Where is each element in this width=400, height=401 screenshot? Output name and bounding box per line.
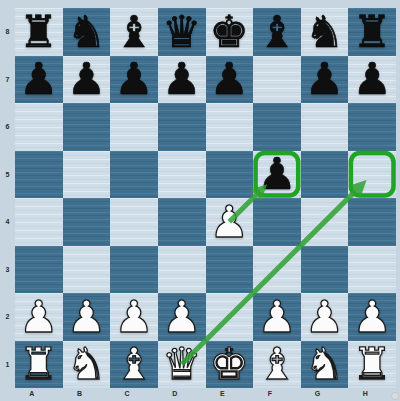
square-g8[interactable]: ♞ bbox=[301, 8, 349, 56]
square-b4[interactable] bbox=[63, 198, 111, 246]
square-h3[interactable] bbox=[348, 246, 396, 294]
square-b2[interactable]: ♟ bbox=[63, 293, 111, 341]
rank-labels: 87654321 bbox=[0, 8, 15, 388]
rank-label-4: 4 bbox=[0, 198, 15, 246]
square-b6[interactable] bbox=[63, 103, 111, 151]
square-c8[interactable]: ♝ bbox=[110, 8, 158, 56]
square-b7[interactable]: ♟ bbox=[63, 56, 111, 104]
file-labels: ABCDEFGH bbox=[15, 388, 396, 401]
square-h4[interactable] bbox=[348, 198, 396, 246]
rank-label-6: 6 bbox=[0, 103, 15, 151]
file-label-h: H bbox=[341, 390, 389, 397]
file-label-e: E bbox=[199, 390, 247, 397]
chess-board: ♜♞♝♛♚♝♞♜♟♟♟♟♟♟♟♟♟♟♟♟♟♟♟♟♜♞♝♛♚♝♞♜ bbox=[15, 8, 396, 388]
piece-black-pawn-h7[interactable]: ♟ bbox=[348, 56, 396, 104]
piece-white-knight-b1[interactable]: ♞ bbox=[63, 341, 111, 389]
square-d8[interactable]: ♛ bbox=[158, 8, 206, 56]
square-a1[interactable]: ♜ bbox=[15, 341, 63, 389]
piece-white-king-e1[interactable]: ♚ bbox=[206, 341, 254, 389]
square-g2[interactable]: ♟ bbox=[301, 293, 349, 341]
piece-black-pawn-d7[interactable]: ♟ bbox=[158, 56, 206, 104]
square-d6[interactable] bbox=[158, 103, 206, 151]
square-d1[interactable]: ♛ bbox=[158, 341, 206, 389]
square-h2[interactable]: ♟ bbox=[348, 293, 396, 341]
piece-white-rook-a1[interactable]: ♜ bbox=[15, 341, 63, 389]
file-label-d: D bbox=[151, 390, 199, 397]
square-g4[interactable] bbox=[301, 198, 349, 246]
square-e6[interactable] bbox=[206, 103, 254, 151]
square-b8[interactable]: ♞ bbox=[63, 8, 111, 56]
piece-white-pawn-f2[interactable]: ♟ bbox=[253, 293, 301, 341]
square-e5[interactable] bbox=[206, 151, 254, 199]
piece-black-knight-g8[interactable]: ♞ bbox=[301, 8, 349, 56]
square-g6[interactable] bbox=[301, 103, 349, 151]
square-e2[interactable] bbox=[206, 293, 254, 341]
square-g1[interactable]: ♞ bbox=[301, 341, 349, 389]
square-c3[interactable] bbox=[110, 246, 158, 294]
square-c7[interactable]: ♟ bbox=[110, 56, 158, 104]
square-d7[interactable]: ♟ bbox=[158, 56, 206, 104]
square-e3[interactable] bbox=[206, 246, 254, 294]
square-c2[interactable]: ♟ bbox=[110, 293, 158, 341]
square-f4[interactable] bbox=[253, 198, 301, 246]
square-a2[interactable]: ♟ bbox=[15, 293, 63, 341]
chess-app: ♜♞♝♛♚♝♞♜♟♟♟♟♟♟♟♟♟♟♟♟♟♟♟♟♜♞♝♛♚♝♞♜ 8765432… bbox=[0, 0, 400, 401]
square-e7[interactable]: ♟ bbox=[206, 56, 254, 104]
square-e4[interactable]: ♟ bbox=[206, 198, 254, 246]
square-f7[interactable] bbox=[253, 56, 301, 104]
piece-white-queen-d1[interactable]: ♛ bbox=[158, 341, 206, 389]
square-d3[interactable] bbox=[158, 246, 206, 294]
piece-black-pawn-e7[interactable]: ♟ bbox=[206, 56, 254, 104]
square-f2[interactable]: ♟ bbox=[253, 293, 301, 341]
square-h7[interactable]: ♟ bbox=[348, 56, 396, 104]
square-b5[interactable] bbox=[63, 151, 111, 199]
piece-black-king-e8[interactable]: ♚ bbox=[206, 8, 254, 56]
square-b1[interactable]: ♞ bbox=[63, 341, 111, 389]
piece-black-bishop-c8[interactable]: ♝ bbox=[110, 8, 158, 56]
square-g3[interactable] bbox=[301, 246, 349, 294]
square-a4[interactable] bbox=[15, 198, 63, 246]
square-f6[interactable] bbox=[253, 103, 301, 151]
piece-white-pawn-g2[interactable]: ♟ bbox=[301, 293, 349, 341]
piece-black-pawn-g7[interactable]: ♟ bbox=[301, 56, 349, 104]
square-g7[interactable]: ♟ bbox=[301, 56, 349, 104]
rank-label-8: 8 bbox=[0, 8, 15, 56]
file-label-c: C bbox=[103, 390, 151, 397]
file-label-f: F bbox=[246, 390, 294, 397]
piece-black-pawn-c7[interactable]: ♟ bbox=[110, 56, 158, 104]
rank-label-7: 7 bbox=[0, 56, 15, 104]
square-f8[interactable]: ♝ bbox=[253, 8, 301, 56]
piece-white-pawn-c2[interactable]: ♟ bbox=[110, 293, 158, 341]
rank-label-2: 2 bbox=[0, 293, 15, 341]
square-a8[interactable]: ♜ bbox=[15, 8, 63, 56]
square-a5[interactable] bbox=[15, 151, 63, 199]
square-c4[interactable] bbox=[110, 198, 158, 246]
piece-white-rook-h1[interactable]: ♜ bbox=[348, 341, 396, 389]
piece-black-queen-d8[interactable]: ♛ bbox=[158, 8, 206, 56]
piece-black-knight-b8[interactable]: ♞ bbox=[63, 8, 111, 56]
square-g5[interactable] bbox=[301, 151, 349, 199]
square-h6[interactable] bbox=[348, 103, 396, 151]
square-f5[interactable]: ♟ bbox=[253, 151, 301, 199]
file-label-b: B bbox=[56, 390, 104, 397]
square-c5[interactable] bbox=[110, 151, 158, 199]
square-e1[interactable]: ♚ bbox=[206, 341, 254, 389]
piece-white-knight-g1[interactable]: ♞ bbox=[301, 341, 349, 389]
square-c1[interactable]: ♝ bbox=[110, 341, 158, 389]
square-a6[interactable] bbox=[15, 103, 63, 151]
rank-label-3: 3 bbox=[0, 246, 15, 294]
rank-label-1: 1 bbox=[0, 341, 15, 389]
piece-black-rook-h8[interactable]: ♜ bbox=[348, 8, 396, 56]
piece-black-rook-a8[interactable]: ♜ bbox=[15, 8, 63, 56]
piece-white-bishop-c1[interactable]: ♝ bbox=[110, 341, 158, 389]
piece-black-pawn-a7[interactable]: ♟ bbox=[15, 56, 63, 104]
piece-white-pawn-d2[interactable]: ♟ bbox=[158, 293, 206, 341]
piece-white-pawn-e4[interactable]: ♟ bbox=[206, 198, 254, 246]
corner-dot bbox=[391, 392, 399, 400]
square-h8[interactable]: ♜ bbox=[348, 8, 396, 56]
square-a3[interactable] bbox=[15, 246, 63, 294]
square-d2[interactable]: ♟ bbox=[158, 293, 206, 341]
square-f1[interactable]: ♝ bbox=[253, 341, 301, 389]
square-h1[interactable]: ♜ bbox=[348, 341, 396, 389]
rank-label-5: 5 bbox=[0, 151, 15, 199]
piece-white-pawn-b2[interactable]: ♟ bbox=[63, 293, 111, 341]
square-d5[interactable] bbox=[158, 151, 206, 199]
piece-white-bishop-f1[interactable]: ♝ bbox=[253, 341, 301, 389]
square-d4[interactable] bbox=[158, 198, 206, 246]
piece-black-pawn-f5[interactable]: ♟ bbox=[253, 151, 301, 199]
square-c6[interactable] bbox=[110, 103, 158, 151]
square-a7[interactable]: ♟ bbox=[15, 56, 63, 104]
file-label-a: A bbox=[8, 390, 56, 397]
square-e8[interactable]: ♚ bbox=[206, 8, 254, 56]
piece-black-pawn-b7[interactable]: ♟ bbox=[63, 56, 111, 104]
square-f3[interactable] bbox=[253, 246, 301, 294]
square-b3[interactable] bbox=[63, 246, 111, 294]
piece-white-pawn-a2[interactable]: ♟ bbox=[15, 293, 63, 341]
piece-white-pawn-h2[interactable]: ♟ bbox=[348, 293, 396, 341]
square-h5[interactable] bbox=[348, 151, 396, 199]
file-label-g: G bbox=[294, 390, 342, 397]
piece-black-bishop-f8[interactable]: ♝ bbox=[253, 8, 301, 56]
